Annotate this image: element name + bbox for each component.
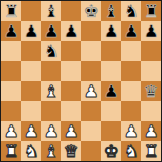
square-f5[interactable] xyxy=(101,61,121,81)
piece-black-rook[interactable]: ♜ xyxy=(3,1,18,21)
square-d5[interactable] xyxy=(61,61,81,81)
square-f4[interactable]: ♟ xyxy=(101,81,121,101)
square-e6[interactable] xyxy=(81,41,101,61)
square-b5[interactable] xyxy=(21,61,41,81)
piece-white-pawn[interactable]: ♟ xyxy=(63,121,78,141)
square-c8[interactable]: ♝ xyxy=(41,1,61,21)
square-h6[interactable] xyxy=(141,41,161,61)
square-d7[interactable]: ♟ xyxy=(61,21,81,41)
piece-black-bishop[interactable]: ♝ xyxy=(103,1,118,21)
square-e5[interactable] xyxy=(81,61,101,81)
square-e3[interactable] xyxy=(81,101,101,121)
square-h1[interactable]: ♜ xyxy=(141,141,161,161)
chess-board: ♜♝♚♝♞♜♟♟♟♟♟♟♟♞♝♟♟♛♟♟♟♟♟♟♜♞♝♛♚♞♜ xyxy=(0,0,162,162)
square-b2[interactable]: ♟ xyxy=(21,121,41,141)
piece-white-rook[interactable]: ♜ xyxy=(143,141,158,161)
square-b4[interactable] xyxy=(21,81,41,101)
square-a6[interactable] xyxy=(1,41,21,61)
square-c7[interactable]: ♟ xyxy=(41,21,61,41)
piece-white-pawn[interactable]: ♟ xyxy=(43,121,58,141)
square-c5[interactable] xyxy=(41,61,61,81)
square-c4[interactable]: ♝ xyxy=(41,81,61,101)
square-g8[interactable]: ♞ xyxy=(121,1,141,21)
piece-white-bishop[interactable]: ♝ xyxy=(43,81,58,101)
square-f8[interactable]: ♝ xyxy=(101,1,121,21)
square-h7[interactable]: ♟ xyxy=(141,21,161,41)
square-e2[interactable] xyxy=(81,121,101,141)
square-c2[interactable]: ♟ xyxy=(41,121,61,141)
square-d4[interactable] xyxy=(61,81,81,101)
square-g3[interactable] xyxy=(121,101,141,121)
square-h4[interactable]: ♛ xyxy=(141,81,161,101)
piece-black-king[interactable]: ♚ xyxy=(83,1,98,21)
square-b7[interactable]: ♟ xyxy=(21,21,41,41)
square-f6[interactable] xyxy=(101,41,121,61)
square-b6[interactable] xyxy=(21,41,41,61)
piece-black-pawn[interactable]: ♟ xyxy=(43,21,58,41)
piece-white-bishop[interactable]: ♝ xyxy=(43,141,58,161)
square-a1[interactable]: ♜ xyxy=(1,141,21,161)
piece-white-pawn[interactable]: ♟ xyxy=(143,121,158,141)
square-a2[interactable]: ♟ xyxy=(1,121,21,141)
piece-white-pawn[interactable]: ♟ xyxy=(123,121,138,141)
square-g4[interactable] xyxy=(121,81,141,101)
square-c3[interactable] xyxy=(41,101,61,121)
square-d1[interactable]: ♛ xyxy=(61,141,81,161)
piece-black-knight[interactable]: ♞ xyxy=(43,41,58,61)
square-h2[interactable]: ♟ xyxy=(141,121,161,141)
piece-white-pawn[interactable]: ♟ xyxy=(3,121,18,141)
square-e8[interactable]: ♚ xyxy=(81,1,101,21)
square-d3[interactable] xyxy=(61,101,81,121)
board-grid: ♜♝♚♝♞♜♟♟♟♟♟♟♟♞♝♟♟♛♟♟♟♟♟♟♜♞♝♛♚♞♜ xyxy=(1,1,161,161)
square-g5[interactable] xyxy=(121,61,141,81)
square-e7[interactable] xyxy=(81,21,101,41)
piece-black-pawn[interactable]: ♟ xyxy=(123,21,138,41)
square-h5[interactable] xyxy=(141,61,161,81)
square-f7[interactable]: ♟ xyxy=(101,21,121,41)
square-d8[interactable] xyxy=(61,1,81,21)
piece-black-pawn[interactable]: ♟ xyxy=(103,21,118,41)
piece-white-queen[interactable]: ♛ xyxy=(63,141,78,161)
square-h3[interactable] xyxy=(141,101,161,121)
square-a8[interactable]: ♜ xyxy=(1,1,21,21)
square-g7[interactable]: ♟ xyxy=(121,21,141,41)
piece-black-pawn[interactable]: ♟ xyxy=(23,21,38,41)
square-h8[interactable]: ♜ xyxy=(141,1,161,21)
square-b1[interactable]: ♞ xyxy=(21,141,41,161)
square-g6[interactable] xyxy=(121,41,141,61)
square-e4[interactable]: ♟ xyxy=(81,81,101,101)
piece-black-pawn[interactable]: ♟ xyxy=(3,21,18,41)
piece-black-bishop[interactable]: ♝ xyxy=(43,1,58,21)
square-a5[interactable] xyxy=(1,61,21,81)
square-a3[interactable] xyxy=(1,101,21,121)
square-a7[interactable]: ♟ xyxy=(1,21,21,41)
square-c6[interactable]: ♞ xyxy=(41,41,61,61)
piece-white-pawn[interactable]: ♟ xyxy=(83,81,98,101)
square-e1[interactable] xyxy=(81,141,101,161)
square-b3[interactable] xyxy=(21,101,41,121)
square-f2[interactable] xyxy=(101,121,121,141)
square-g1[interactable]: ♞ xyxy=(121,141,141,161)
piece-white-rook[interactable]: ♜ xyxy=(3,141,18,161)
piece-white-knight[interactable]: ♞ xyxy=(23,141,38,161)
piece-white-pawn[interactable]: ♟ xyxy=(23,121,38,141)
piece-black-queen[interactable]: ♛ xyxy=(143,81,158,101)
piece-black-pawn[interactable]: ♟ xyxy=(143,21,158,41)
piece-white-knight[interactable]: ♞ xyxy=(123,141,138,161)
piece-black-knight[interactable]: ♞ xyxy=(123,1,138,21)
square-d2[interactable]: ♟ xyxy=(61,121,81,141)
square-f1[interactable]: ♚ xyxy=(101,141,121,161)
piece-black-pawn[interactable]: ♟ xyxy=(103,81,118,101)
square-a4[interactable] xyxy=(1,81,21,101)
square-b8[interactable] xyxy=(21,1,41,21)
piece-black-pawn[interactable]: ♟ xyxy=(63,21,78,41)
piece-white-king[interactable]: ♚ xyxy=(103,141,118,161)
square-g2[interactable]: ♟ xyxy=(121,121,141,141)
square-c1[interactable]: ♝ xyxy=(41,141,61,161)
square-f3[interactable] xyxy=(101,101,121,121)
piece-black-rook[interactable]: ♜ xyxy=(143,1,158,21)
square-d6[interactable] xyxy=(61,41,81,61)
